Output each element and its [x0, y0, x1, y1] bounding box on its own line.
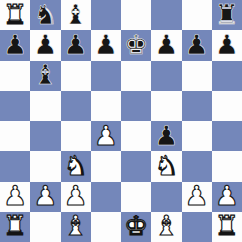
square-h1[interactable]: ♜	[212, 212, 242, 242]
square-h2[interactable]: ♟	[212, 182, 242, 212]
square-c2[interactable]: ♟	[61, 182, 91, 212]
square-a4[interactable]	[0, 121, 30, 151]
square-a1[interactable]: ♜	[0, 212, 30, 242]
white-knight[interactable]: ♞	[154, 152, 178, 179]
square-g3[interactable]	[182, 151, 212, 181]
black-pawn[interactable]: ♟	[33, 31, 57, 58]
square-c6[interactable]	[61, 61, 91, 91]
white-pawn[interactable]: ♟	[33, 182, 57, 209]
square-e5[interactable]	[121, 91, 151, 121]
white-pawn[interactable]: ♟	[94, 122, 118, 149]
square-b6[interactable]: ♝	[30, 61, 60, 91]
square-a3[interactable]	[0, 151, 30, 181]
square-d8[interactable]	[91, 0, 121, 30]
square-g6[interactable]	[182, 61, 212, 91]
square-f5[interactable]	[151, 91, 181, 121]
square-e1[interactable]: ♚	[121, 212, 151, 242]
square-h4[interactable]	[212, 121, 242, 151]
square-a2[interactable]: ♟	[0, 182, 30, 212]
square-b3[interactable]	[30, 151, 60, 181]
black-pawn[interactable]: ♟	[64, 31, 88, 58]
square-d2[interactable]	[91, 182, 121, 212]
square-g1[interactable]	[182, 212, 212, 242]
black-king[interactable]: ♚	[124, 31, 148, 58]
square-a8[interactable]: ♜	[0, 0, 30, 30]
white-rook[interactable]: ♜	[3, 1, 27, 28]
square-g4[interactable]	[182, 121, 212, 151]
square-e4[interactable]	[121, 121, 151, 151]
black-bishop[interactable]: ♝	[33, 61, 57, 88]
square-f4[interactable]: ♟	[151, 121, 181, 151]
square-f2[interactable]	[151, 182, 181, 212]
white-rook[interactable]: ♜	[3, 212, 27, 239]
white-pawn[interactable]: ♟	[215, 182, 239, 209]
black-pawn[interactable]: ♟	[154, 31, 178, 58]
black-pawn[interactable]: ♟	[215, 31, 239, 58]
square-f6[interactable]	[151, 61, 181, 91]
square-b4[interactable]	[30, 121, 60, 151]
square-c5[interactable]	[61, 91, 91, 121]
square-c7[interactable]: ♟	[61, 30, 91, 60]
white-rook[interactable]: ♜	[215, 212, 239, 239]
square-h7[interactable]: ♟	[212, 30, 242, 60]
square-c4[interactable]	[61, 121, 91, 151]
black-pawn[interactable]: ♟	[3, 31, 27, 58]
square-b7[interactable]: ♟	[30, 30, 60, 60]
square-b5[interactable]	[30, 91, 60, 121]
square-d3[interactable]	[91, 151, 121, 181]
white-bishop[interactable]: ♝	[64, 212, 88, 239]
square-g7[interactable]: ♟	[182, 30, 212, 60]
square-g2[interactable]: ♟	[182, 182, 212, 212]
square-d5[interactable]	[91, 91, 121, 121]
square-d7[interactable]: ♟	[91, 30, 121, 60]
square-d6[interactable]	[91, 61, 121, 91]
chess-board: ♜♞♝♜♟♟♟♟♚♟♟♟♝♟♟♞♞♟♟♟♟♟♜♝♚♝♜	[0, 0, 242, 242]
black-pawn[interactable]: ♟	[94, 31, 118, 58]
square-f7[interactable]: ♟	[151, 30, 181, 60]
white-pawn[interactable]: ♟	[64, 182, 88, 209]
square-b8[interactable]: ♞	[30, 0, 60, 30]
square-e8[interactable]	[121, 0, 151, 30]
square-a6[interactable]	[0, 61, 30, 91]
square-e3[interactable]	[121, 151, 151, 181]
square-e2[interactable]	[121, 182, 151, 212]
square-d4[interactable]: ♟	[91, 121, 121, 151]
square-a7[interactable]: ♟	[0, 30, 30, 60]
square-h8[interactable]: ♜	[212, 0, 242, 30]
square-h6[interactable]	[212, 61, 242, 91]
white-pawn[interactable]: ♟	[185, 182, 209, 209]
square-c3[interactable]: ♞	[61, 151, 91, 181]
square-f8[interactable]	[151, 0, 181, 30]
square-f1[interactable]: ♝	[151, 212, 181, 242]
square-c8[interactable]: ♝	[61, 0, 91, 30]
square-d1[interactable]	[91, 212, 121, 242]
square-g8[interactable]	[182, 0, 212, 30]
square-h5[interactable]	[212, 91, 242, 121]
square-g5[interactable]	[182, 91, 212, 121]
black-pawn[interactable]: ♟	[154, 122, 178, 149]
square-b2[interactable]: ♟	[30, 182, 60, 212]
white-bishop[interactable]: ♝	[154, 212, 178, 239]
white-king[interactable]: ♚	[124, 212, 148, 239]
white-pawn[interactable]: ♟	[3, 182, 27, 209]
square-e6[interactable]	[121, 61, 151, 91]
white-knight[interactable]: ♞	[64, 152, 88, 179]
square-f3[interactable]: ♞	[151, 151, 181, 181]
black-rook[interactable]: ♜	[215, 1, 239, 28]
square-h3[interactable]	[212, 151, 242, 181]
square-a5[interactable]	[0, 91, 30, 121]
square-b1[interactable]	[30, 212, 60, 242]
square-c1[interactable]: ♝	[61, 212, 91, 242]
black-pawn[interactable]: ♟	[185, 31, 209, 58]
black-bishop[interactable]: ♝	[64, 1, 88, 28]
square-e7[interactable]: ♚	[121, 30, 151, 60]
black-knight[interactable]: ♞	[33, 1, 57, 28]
